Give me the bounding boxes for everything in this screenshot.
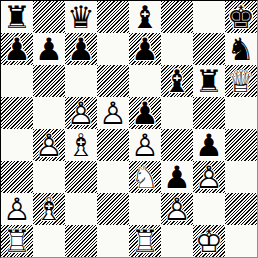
square-h5[interactable] — [225, 97, 257, 129]
piece-white-rook: ♖ — [129, 225, 161, 257]
piece-white-bishop: ♗ — [65, 129, 97, 161]
square-e1[interactable]: ♜♖ — [129, 225, 161, 257]
square-c8[interactable]: ♛ — [65, 1, 97, 33]
square-c6[interactable] — [65, 65, 97, 97]
square-d8[interactable] — [97, 1, 129, 33]
square-g3[interactable]: ♟♙ — [193, 161, 225, 193]
piece-white-king: ♔ — [193, 225, 225, 257]
piece-white-pawn: ♙ — [161, 193, 193, 225]
piece-black-queen: ♛ — [65, 1, 97, 33]
square-h4[interactable] — [225, 129, 257, 161]
piece-black-pawn: ♟ — [65, 33, 97, 65]
square-f8[interactable] — [161, 1, 193, 33]
square-b7[interactable]: ♟ — [33, 33, 65, 65]
square-c5[interactable]: ♟♙ — [65, 97, 97, 129]
piece-white-king-fill: ♚ — [193, 225, 225, 257]
piece-white-pawn: ♙ — [129, 129, 161, 161]
square-h1[interactable] — [225, 225, 257, 257]
piece-white-pawn-fill: ♟ — [161, 193, 193, 225]
piece-white-knight-fill: ♞ — [129, 161, 161, 193]
square-h7[interactable]: ♞ — [225, 33, 257, 65]
square-d1[interactable] — [97, 225, 129, 257]
square-f6[interactable]: ♝ — [161, 65, 193, 97]
square-g4[interactable]: ♟ — [193, 129, 225, 161]
square-b4[interactable]: ♟♙ — [33, 129, 65, 161]
piece-white-knight: ♘ — [129, 161, 161, 193]
piece-white-bishop-fill: ♝ — [33, 193, 65, 225]
piece-black-pawn: ♟ — [1, 33, 33, 65]
piece-black-king: ♚ — [225, 1, 257, 33]
square-f3[interactable]: ♟ — [161, 161, 193, 193]
square-c1[interactable] — [65, 225, 97, 257]
piece-black-rook: ♜ — [1, 1, 33, 33]
square-d3[interactable] — [97, 161, 129, 193]
piece-black-pawn: ♟ — [161, 161, 193, 193]
piece-white-rook-fill: ♜ — [1, 225, 33, 257]
piece-white-rook: ♖ — [1, 225, 33, 257]
square-h3[interactable] — [225, 161, 257, 193]
square-h6[interactable]: ♛♕ — [225, 65, 257, 97]
piece-black-pawn: ♟ — [129, 33, 161, 65]
square-c3[interactable] — [65, 161, 97, 193]
square-e2[interactable] — [129, 193, 161, 225]
square-e8[interactable]: ♝ — [129, 1, 161, 33]
square-d7[interactable] — [97, 33, 129, 65]
square-g2[interactable] — [193, 193, 225, 225]
piece-white-rook-fill: ♜ — [129, 225, 161, 257]
piece-white-pawn: ♙ — [97, 97, 129, 129]
piece-white-pawn-fill: ♟ — [193, 161, 225, 193]
square-d5[interactable]: ♟♙ — [97, 97, 129, 129]
square-f2[interactable]: ♟♙ — [161, 193, 193, 225]
square-d6[interactable] — [97, 65, 129, 97]
piece-black-pawn: ♟ — [33, 33, 65, 65]
square-e7[interactable]: ♟ — [129, 33, 161, 65]
piece-black-pawn: ♟ — [129, 97, 161, 129]
piece-white-pawn: ♙ — [193, 161, 225, 193]
piece-white-bishop: ♗ — [33, 193, 65, 225]
square-f5[interactable] — [161, 97, 193, 129]
square-e3[interactable]: ♞♘ — [129, 161, 161, 193]
square-f7[interactable] — [161, 33, 193, 65]
square-a7[interactable]: ♟ — [1, 33, 33, 65]
square-a8[interactable]: ♜ — [1, 1, 33, 33]
piece-white-queen-fill: ♛ — [225, 65, 257, 97]
piece-black-pawn: ♟ — [193, 129, 225, 161]
piece-white-pawn: ♙ — [1, 193, 33, 225]
piece-white-bishop-fill: ♝ — [65, 129, 97, 161]
square-b3[interactable] — [33, 161, 65, 193]
square-a5[interactable] — [1, 97, 33, 129]
square-a1[interactable]: ♜♖ — [1, 225, 33, 257]
piece-white-pawn-fill: ♟ — [1, 193, 33, 225]
square-b5[interactable] — [33, 97, 65, 129]
square-g1[interactable]: ♚♔ — [193, 225, 225, 257]
square-g6[interactable]: ♜ — [193, 65, 225, 97]
square-b6[interactable] — [33, 65, 65, 97]
square-a3[interactable] — [1, 161, 33, 193]
square-g8[interactable] — [193, 1, 225, 33]
square-h8[interactable]: ♚ — [225, 1, 257, 33]
piece-black-rook: ♜ — [193, 65, 225, 97]
square-e5[interactable]: ♟ — [129, 97, 161, 129]
square-c7[interactable]: ♟ — [65, 33, 97, 65]
square-a6[interactable] — [1, 65, 33, 97]
square-d4[interactable] — [97, 129, 129, 161]
square-c2[interactable] — [65, 193, 97, 225]
square-a2[interactable]: ♟♙ — [1, 193, 33, 225]
piece-white-queen: ♕ — [225, 65, 257, 97]
square-e4[interactable]: ♟♙ — [129, 129, 161, 161]
piece-white-pawn-fill: ♟ — [33, 129, 65, 161]
square-a4[interactable] — [1, 129, 33, 161]
square-g5[interactable] — [193, 97, 225, 129]
square-f1[interactable] — [161, 225, 193, 257]
square-g7[interactable] — [193, 33, 225, 65]
piece-white-pawn-fill: ♟ — [129, 129, 161, 161]
square-b1[interactable] — [33, 225, 65, 257]
square-b2[interactable]: ♝♗ — [33, 193, 65, 225]
piece-black-bishop: ♝ — [161, 65, 193, 97]
square-c4[interactable]: ♝♗ — [65, 129, 97, 161]
square-f4[interactable] — [161, 129, 193, 161]
square-e6[interactable] — [129, 65, 161, 97]
square-d2[interactable] — [97, 193, 129, 225]
piece-black-knight: ♞ — [225, 33, 257, 65]
chess-board: ♜♛♝♚♟♟♟♟♞♝♜♛♕♟♙♟♙♟♟♙♝♗♟♙♟♞♘♟♟♙♟♙♝♗♟♙♜♖♜♖… — [0, 0, 258, 258]
piece-white-pawn: ♙ — [33, 129, 65, 161]
piece-black-bishop: ♝ — [129, 1, 161, 33]
piece-white-pawn-fill: ♟ — [65, 97, 97, 129]
piece-white-pawn: ♙ — [65, 97, 97, 129]
piece-white-pawn-fill: ♟ — [97, 97, 129, 129]
square-b8[interactable] — [33, 1, 65, 33]
square-h2[interactable] — [225, 193, 257, 225]
